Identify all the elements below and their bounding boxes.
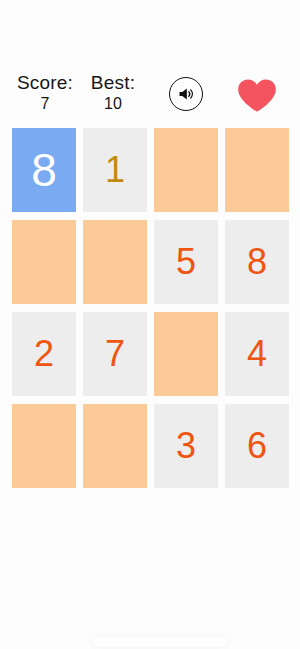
life-heart-button[interactable] [237, 79, 277, 113]
best-block: Best: 10 [84, 72, 142, 113]
cell-r3c3[interactable]: 6 [225, 404, 289, 488]
sound-toggle-button[interactable] [169, 77, 203, 111]
cell-r1c2[interactable]: 5 [154, 220, 218, 304]
cell-r0c1[interactable]: 1 [83, 128, 147, 212]
cell-r3c2[interactable]: 3 [154, 404, 218, 488]
cell-r3c1[interactable] [83, 404, 147, 488]
score-block: Score: 7 [8, 72, 82, 113]
best-value: 10 [84, 94, 142, 113]
cell-r1c3[interactable]: 8 [225, 220, 289, 304]
cell-r2c1[interactable]: 7 [83, 312, 147, 396]
board[interactable]: 815827436 [12, 128, 289, 488]
game-screen: Score: 7 Best: 10 815827436 [0, 0, 300, 649]
cell-r0c2[interactable] [154, 128, 218, 212]
cell-r0c0[interactable]: 8 [12, 128, 76, 212]
cell-r2c2[interactable] [154, 312, 218, 396]
score-value: 7 [8, 94, 82, 113]
cell-r2c0[interactable]: 2 [12, 312, 76, 396]
heart-icon [237, 79, 277, 113]
cell-r2c3[interactable]: 4 [225, 312, 289, 396]
cell-r1c1[interactable] [83, 220, 147, 304]
score-label: Score: [8, 72, 82, 93]
home-indicator[interactable] [93, 637, 227, 647]
best-label: Best: [84, 72, 142, 93]
cell-r3c0[interactable] [12, 404, 76, 488]
cell-r1c0[interactable] [12, 220, 76, 304]
cell-r0c3[interactable] [225, 128, 289, 212]
speaker-on-icon [176, 84, 196, 104]
